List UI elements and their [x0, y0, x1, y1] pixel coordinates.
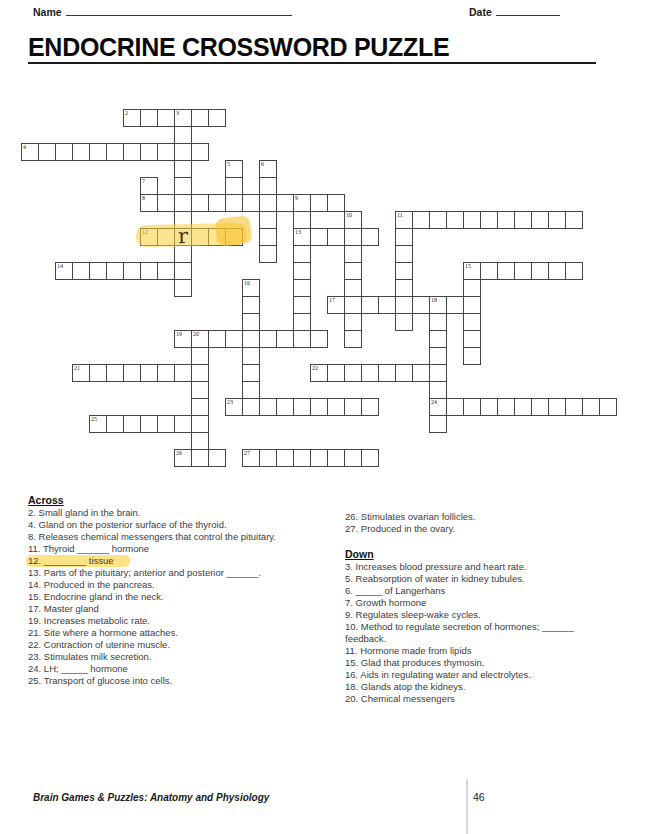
- worksheet-page: Name Date ENDOCRINE CROSSWORD PUZZLE 234…: [0, 0, 656, 834]
- grid-cell-r20c16[interactable]: [293, 449, 311, 467]
- grid-cell-r4c14[interactable]: [259, 177, 277, 195]
- grid-cell-r20c17[interactable]: [310, 449, 328, 467]
- grid-cell-r15c4[interactable]: [89, 364, 107, 382]
- grid-cell-r3c12[interactable]: 5: [225, 160, 243, 178]
- grid-cell-r17c10[interactable]: [191, 398, 209, 416]
- handwritten-letter: r: [178, 225, 189, 247]
- grid-cell-r2c0[interactable]: 4: [21, 143, 39, 161]
- grid-cell-r5c13[interactable]: [242, 194, 260, 212]
- clue-number-9: 9: [295, 195, 298, 202]
- grid-cell-r15c17[interactable]: 22: [310, 364, 328, 382]
- across-clue-2: 2. Small gland in the brain.: [28, 507, 290, 519]
- grid-cell-r6c30[interactable]: [531, 211, 549, 229]
- grid-cell-r7c12[interactable]: [225, 228, 243, 246]
- grid-cell-r2c7[interactable]: [140, 143, 158, 161]
- clue-number-15: 15: [465, 263, 471, 270]
- grid-cell-r14c13[interactable]: [242, 347, 260, 365]
- clues-right-column: 26. Stimulates ovarian follicles.27. Pro…: [345, 511, 621, 705]
- grid-cell-r11c21[interactable]: [378, 296, 396, 314]
- grid-cell-r9c3[interactable]: [72, 262, 90, 280]
- across-clue-25: 25. Transport of glucose into cells.: [28, 675, 290, 687]
- grid-cell-r9c16[interactable]: [293, 262, 311, 280]
- grid-cell-r7c22[interactable]: [395, 228, 413, 246]
- clue-number-11: 11: [397, 212, 403, 219]
- grid-cell-r17c17[interactable]: [310, 398, 328, 416]
- grid-cell-r17c13[interactable]: [242, 398, 260, 416]
- date-label: Date: [469, 6, 492, 18]
- across-clue-12: 12. ________ tissue: [28, 555, 290, 567]
- grid-cell-r18c7[interactable]: [140, 415, 158, 433]
- grid-cell-r13c12[interactable]: [225, 330, 243, 348]
- grid-cell-r17c29[interactable]: [514, 398, 532, 416]
- grid-cell-r7c8[interactable]: [157, 228, 175, 246]
- grid-cell-r15c10[interactable]: [191, 364, 209, 382]
- grid-cell-r10c26[interactable]: [463, 279, 481, 297]
- grid-cell-r6c24[interactable]: [429, 211, 447, 229]
- grid-cell-r6c29[interactable]: [514, 211, 532, 229]
- grid-cell-r18c8[interactable]: [157, 415, 175, 433]
- grid-cell-r4c9[interactable]: [174, 177, 192, 195]
- clue-number-22: 22: [312, 365, 318, 372]
- grid-cell-r2c3[interactable]: [72, 143, 90, 161]
- grid-cell-r17c28[interactable]: [497, 398, 515, 416]
- grid-cell-r10c19[interactable]: [344, 279, 362, 297]
- grid-cell-r9c2[interactable]: 14: [55, 262, 73, 280]
- grid-cell-r8c22[interactable]: [395, 245, 413, 263]
- grid-cell-r17c14[interactable]: [259, 398, 277, 416]
- name-blank-line[interactable]: [66, 5, 292, 16]
- grid-cell-r17c15[interactable]: [276, 398, 294, 416]
- down-clue-list: 3. Increases blood pressure and heart ra…: [345, 561, 621, 705]
- grid-cell-r13c16[interactable]: [293, 330, 311, 348]
- clue-number-18: 18: [431, 297, 437, 304]
- grid-cell-r10c16[interactable]: [293, 279, 311, 297]
- grid-cell-r2c2[interactable]: [55, 143, 73, 161]
- clue-number-14: 14: [57, 263, 63, 270]
- clue-number-24: 24: [431, 399, 437, 406]
- grid-cell-r9c8[interactable]: [157, 262, 175, 280]
- grid-cell-r16c10[interactable]: [191, 381, 209, 399]
- grid-cell-r9c26[interactable]: 15: [463, 262, 481, 280]
- down-heading: Down: [345, 548, 621, 560]
- grid-cell-r6c27[interactable]: [480, 211, 498, 229]
- across-clue-8: 8. Releases chemical messengers that con…: [28, 531, 290, 543]
- down-clue-11: 11. Hormone made from lipids: [345, 645, 607, 657]
- clue-number-8: 8: [142, 195, 145, 202]
- across-clue-list-overflow: 26. Stimulates ovarian follicles.27. Pro…: [345, 511, 621, 535]
- clue-number-10: 10: [346, 212, 352, 219]
- grid-cell-r13c10[interactable]: 20: [191, 330, 209, 348]
- grid-cell-r5c11[interactable]: [208, 194, 226, 212]
- grid-cell-r2c8[interactable]: [157, 143, 175, 161]
- clue-number-2: 2: [125, 110, 128, 117]
- grid-cell-r6c23[interactable]: [412, 211, 430, 229]
- grid-cell-r8c16[interactable]: [293, 245, 311, 263]
- grid-cell-r12c13[interactable]: [242, 313, 260, 331]
- grid-cell-r17c24[interactable]: 24: [429, 398, 447, 416]
- footer-divider-line: [466, 779, 468, 834]
- across-clue-14: 14. Produced in the pancreas.: [28, 579, 290, 591]
- crossword-grid: 2345678910111213141516171819202122232425…: [21, 109, 617, 467]
- grid-cell-r18c24[interactable]: [429, 415, 447, 433]
- grid-cell-r11c16[interactable]: [293, 296, 311, 314]
- clue-number-13: 13: [295, 229, 301, 236]
- grid-cell-r6c25[interactable]: [446, 211, 464, 229]
- clue-number-25: 25: [91, 416, 97, 423]
- grid-cell-r18c9[interactable]: [174, 415, 192, 433]
- clue-number-4: 4: [23, 144, 26, 151]
- grid-cell-r3c9[interactable]: [174, 160, 192, 178]
- grid-cell-r17c12[interactable]: 23: [225, 398, 243, 416]
- grid-cell-r10c13[interactable]: 16: [242, 279, 260, 297]
- across-clue-21: 21. Site where a hormone attaches.: [28, 627, 290, 639]
- across-clue-list: 2. Small gland in the brain.4. Gland on …: [28, 507, 304, 687]
- name-field: Name: [33, 5, 292, 18]
- grid-cell-r7c10[interactable]: [191, 228, 209, 246]
- grid-cell-r13c13[interactable]: [242, 330, 260, 348]
- grid-cell-r9c7[interactable]: [140, 262, 158, 280]
- grid-cell-r17c16[interactable]: [293, 398, 311, 416]
- grid-cell-r0c8[interactable]: [157, 109, 175, 127]
- clue-number-3: 3: [176, 110, 179, 117]
- down-clue-10: 10. Method to regulate secretion of horm…: [345, 621, 607, 645]
- grid-cell-r18c6[interactable]: [123, 415, 141, 433]
- footer-page-number: 46: [473, 791, 485, 803]
- grid-cell-r13c15[interactable]: [276, 330, 294, 348]
- grid-cell-r9c9[interactable]: [174, 262, 192, 280]
- grid-cell-r20c11[interactable]: [208, 449, 226, 467]
- down-clue-3: 3. Increases blood pressure and heart ra…: [345, 561, 607, 573]
- across-clue-26: 26. Stimulates ovarian follicles.: [345, 511, 607, 523]
- grid-cell-r20c14[interactable]: [259, 449, 277, 467]
- grid-cell-r20c15[interactable]: [276, 449, 294, 467]
- grid-cell-r9c4[interactable]: [89, 262, 107, 280]
- grid-cell-r6c26[interactable]: [463, 211, 481, 229]
- grid-cell-r15c21[interactable]: [378, 364, 396, 382]
- grid-cell-r13c14[interactable]: [259, 330, 277, 348]
- grid-cell-r0c7[interactable]: [140, 109, 158, 127]
- grid-cell-r17c31[interactable]: [548, 398, 566, 416]
- down-clue-20: 20. Chemical messengers: [345, 693, 607, 705]
- clue-number-26: 26: [176, 450, 182, 457]
- clue-number-5: 5: [227, 161, 230, 168]
- clue-number-6: 6: [261, 161, 264, 168]
- clue-number-23: 23: [227, 399, 233, 406]
- grid-cell-r5c17[interactable]: [310, 194, 328, 212]
- grid-cell-r13c17[interactable]: [310, 330, 328, 348]
- grid-cell-r8c14[interactable]: [259, 245, 277, 263]
- grid-cell-r0c6[interactable]: 2: [123, 109, 141, 127]
- grid-cell-r10c9[interactable]: [174, 279, 192, 297]
- grid-cell-r17c30[interactable]: [531, 398, 549, 416]
- grid-cell-r15c6[interactable]: [123, 364, 141, 382]
- grid-cell-r7c20[interactable]: [361, 228, 379, 246]
- grid-cell-r6c32[interactable]: [565, 211, 583, 229]
- grid-cell-r2c10[interactable]: [191, 143, 209, 161]
- name-label: Name: [33, 6, 62, 18]
- grid-cell-r17c20[interactable]: [361, 398, 379, 416]
- grid-cell-r15c22[interactable]: [395, 364, 413, 382]
- grid-cell-r5c12[interactable]: [225, 194, 243, 212]
- grid-cell-r14c26[interactable]: [463, 347, 481, 365]
- grid-cell-r20c9[interactable]: 26: [174, 449, 192, 467]
- grid-cell-r9c32[interactable]: [565, 262, 583, 280]
- grid-cell-r5c18[interactable]: [327, 194, 345, 212]
- grid-cell-r9c22[interactable]: [395, 262, 413, 280]
- down-clue-9: 9. Regulates sleep-wake cycles.: [345, 609, 607, 621]
- grid-cell-r15c3[interactable]: 21: [72, 364, 90, 382]
- grid-cell-r5c16[interactable]: 9: [293, 194, 311, 212]
- clues-left-column: Across 2. Small gland in the brain.4. Gl…: [28, 494, 304, 687]
- grid-cell-r6c16[interactable]: [293, 211, 311, 229]
- grid-cell-r5c8[interactable]: [157, 194, 175, 212]
- title-underline: [28, 62, 596, 64]
- date-field: Date: [469, 5, 560, 18]
- grid-cell-r5c10[interactable]: [191, 194, 209, 212]
- grid-cell-r9c28[interactable]: [497, 262, 515, 280]
- grid-cell-r15c13[interactable]: [242, 364, 260, 382]
- grid-cell-r17c27[interactable]: [480, 398, 498, 416]
- down-clue-6: 6. _____ of Langerhans: [345, 585, 607, 597]
- across-clue-27: 27. Produced in the ovary.: [345, 523, 607, 535]
- grid-cell-r6c19[interactable]: 10: [344, 211, 362, 229]
- grid-cell-r13c24[interactable]: [429, 330, 447, 348]
- grid-cell-r9c5[interactable]: [106, 262, 124, 280]
- grid-cell-r11c26[interactable]: [463, 296, 481, 314]
- grid-cell-r7c14[interactable]: [259, 228, 277, 246]
- grid-cell-r15c23[interactable]: [412, 364, 430, 382]
- across-clue-4: 4. Gland on the posterior surface of the…: [28, 519, 290, 531]
- grid-cell-r5c14[interactable]: [259, 194, 277, 212]
- grid-cell-r6c14[interactable]: [259, 211, 277, 229]
- grid-cell-r17c25[interactable]: [446, 398, 464, 416]
- grid-cell-r4c7[interactable]: 7: [140, 177, 158, 195]
- grid-cell-r11c20[interactable]: [361, 296, 379, 314]
- grid-cell-r12c19[interactable]: [344, 313, 362, 331]
- grid-cell-r12c16[interactable]: [293, 313, 311, 331]
- grid-cell-r7c16[interactable]: 13: [293, 228, 311, 246]
- grid-cell-r20c18[interactable]: [327, 449, 345, 467]
- clue-number-27: 27: [244, 450, 250, 457]
- grid-cell-r13c26[interactable]: [463, 330, 481, 348]
- clue-number-17: 17: [329, 297, 335, 304]
- grid-cell-r15c18[interactable]: [327, 364, 345, 382]
- grid-cell-r17c34[interactable]: [599, 398, 617, 416]
- across-heading: Across: [28, 494, 304, 506]
- clue-number-20: 20: [193, 331, 199, 338]
- clue-number-7: 7: [142, 178, 145, 185]
- grid-cell-r11c23[interactable]: [412, 296, 430, 314]
- across-clue-19: 19. Increases metabolic rate.: [28, 615, 290, 627]
- grid-cell-r5c15[interactable]: [276, 194, 294, 212]
- grid-cell-r18c5[interactable]: [106, 415, 124, 433]
- grid-cell-r11c18[interactable]: 17: [327, 296, 345, 314]
- grid-cell-r16c13[interactable]: [242, 381, 260, 399]
- grid-cell-r12c22[interactable]: [395, 313, 413, 331]
- clue-number-12: 12: [142, 229, 148, 236]
- grid-cell-r9c30[interactable]: [531, 262, 549, 280]
- grid-cell-r5c7[interactable]: 8: [140, 194, 158, 212]
- footer-book-title: Brain Games & Puzzles: Anatomy and Physi…: [33, 792, 269, 803]
- grid-cell-r9c19[interactable]: [344, 262, 362, 280]
- grid-cell-r17c26[interactable]: [463, 398, 481, 416]
- grid-cell-r7c7[interactable]: 12: [140, 228, 158, 246]
- grid-cell-r15c7[interactable]: [140, 364, 158, 382]
- grid-cell-r12c26[interactable]: [463, 313, 481, 331]
- grid-cell-r15c8[interactable]: [157, 364, 175, 382]
- grid-cell-r2c5[interactable]: [106, 143, 124, 161]
- grid-cell-r2c9[interactable]: [174, 143, 192, 161]
- grid-cell-r0c9[interactable]: 3: [174, 109, 192, 127]
- grid-cell-r15c9[interactable]: [174, 364, 192, 382]
- grid-cell-r9c31[interactable]: [548, 262, 566, 280]
- grid-cell-r11c24[interactable]: 18: [429, 296, 447, 314]
- down-clue-5: 5. Reabsorption of water in kidney tubul…: [345, 573, 607, 585]
- grid-cell-r7c11[interactable]: [208, 228, 226, 246]
- grid-cell-r7c19[interactable]: [344, 228, 362, 246]
- grid-cell-r6c31[interactable]: [548, 211, 566, 229]
- down-clue-18: 18. Glands atop the kidneys.: [345, 681, 607, 693]
- across-clue-22: 22. Contraction of uterine muscle.: [28, 639, 290, 651]
- grid-cell-r15c5[interactable]: [106, 364, 124, 382]
- grid-cell-r20c20[interactable]: [361, 449, 379, 467]
- grid-cell-r18c10[interactable]: [191, 415, 209, 433]
- clue-number-21: 21: [74, 365, 80, 372]
- grid-cell-r7c18[interactable]: [327, 228, 345, 246]
- grid-cell-r14c24[interactable]: [429, 347, 447, 365]
- down-clue-16: 16. Aids in regulating water and electro…: [345, 669, 607, 681]
- grid-cell-r9c6[interactable]: [123, 262, 141, 280]
- grid-cell-r8c19[interactable]: [344, 245, 362, 263]
- grid-cell-r13c19[interactable]: [344, 330, 362, 348]
- grid-cell-r13c9[interactable]: 19: [174, 330, 192, 348]
- grid-cell-r12c24[interactable]: [429, 313, 447, 331]
- grid-cell-r3c14[interactable]: 6: [259, 160, 277, 178]
- grid-cell-r15c19[interactable]: [344, 364, 362, 382]
- grid-cell-r15c24[interactable]: [429, 364, 447, 382]
- grid-cell-r0c11[interactable]: [208, 109, 226, 127]
- grid-cell-r11c19[interactable]: [344, 296, 362, 314]
- grid-cell-r17c33[interactable]: [582, 398, 600, 416]
- across-clue-17: 17. Master gland: [28, 603, 290, 615]
- grid-cell-r11c22[interactable]: [395, 296, 413, 314]
- grid-cell-r20c19[interactable]: [344, 449, 362, 467]
- clue-number-19: 19: [176, 331, 182, 338]
- grid-cell-r17c18[interactable]: [327, 398, 345, 416]
- grid-cell-r4c12[interactable]: [225, 177, 243, 195]
- grid-cell-r20c13[interactable]: 27: [242, 449, 260, 467]
- date-blank-line[interactable]: [496, 5, 560, 16]
- down-clue-15: 15. Glad that produces thymosin.: [345, 657, 607, 669]
- across-clue-15: 15. Endocrine gland in the neck.: [28, 591, 290, 603]
- grid-cell-r2c1[interactable]: [38, 143, 56, 161]
- across-clue-13: 13. Parts of the pituitary; anterior and…: [28, 567, 290, 579]
- grid-cell-r2c6[interactable]: [123, 143, 141, 161]
- grid-cell-r11c25[interactable]: [446, 296, 464, 314]
- grid-cell-r14c10[interactable]: [191, 347, 209, 365]
- clue-number-16: 16: [244, 280, 250, 287]
- grid-cell-r9c27[interactable]: [480, 262, 498, 280]
- grid-cell-r19c10[interactable]: [191, 432, 209, 450]
- grid-cell-r17c19[interactable]: [344, 398, 362, 416]
- grid-cell-r2c4[interactable]: [89, 143, 107, 161]
- grid-cell-r10c22[interactable]: [395, 279, 413, 297]
- grid-cell-r5c9[interactable]: [174, 194, 192, 212]
- grid-cell-r6c22[interactable]: 11: [395, 211, 413, 229]
- grid-cell-r16c24[interactable]: [429, 381, 447, 399]
- grid-cell-r7c17[interactable]: [310, 228, 328, 246]
- grid-cell-r1c9[interactable]: [174, 126, 192, 144]
- grid-cell-r6c28[interactable]: [497, 211, 515, 229]
- across-clue-23: 23. Stimulates milk secretion.: [28, 651, 290, 663]
- grid-cell-r15c20[interactable]: [361, 364, 379, 382]
- grid-cell-r20c10[interactable]: [191, 449, 209, 467]
- down-clue-7: 7. Growth hormone: [345, 597, 607, 609]
- page-title: ENDOCRINE CROSSWORD PUZZLE: [28, 33, 449, 62]
- across-clue-24: 24. LH; _____ hormone: [28, 663, 290, 675]
- across-clue-11: 11. Thyroid ______ hormone: [28, 543, 290, 555]
- grid-cell-r17c32[interactable]: [565, 398, 583, 416]
- grid-cell-r18c4[interactable]: 25: [89, 415, 107, 433]
- grid-cell-r9c29[interactable]: [514, 262, 532, 280]
- grid-cell-r0c10[interactable]: [191, 109, 209, 127]
- grid-cell-r13c11[interactable]: [208, 330, 226, 348]
- grid-cell-r11c13[interactable]: [242, 296, 260, 314]
